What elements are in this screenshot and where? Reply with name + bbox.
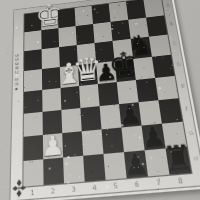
square-c4 (61, 86, 81, 110)
square-a7 (24, 30, 41, 51)
chess-board: ♚♞♝♛♟♚♟♟♟♟♜ (22, 0, 192, 188)
square-a3 (24, 112, 43, 137)
file-label-2: 2 (42, 185, 63, 196)
square-e2 (101, 128, 123, 154)
square-c7 (58, 26, 76, 47)
speckle (157, 188, 158, 189)
square-e8 (92, 4, 111, 24)
file-label-5: 5 (105, 180, 127, 191)
square-c8 (58, 8, 76, 28)
rank-label-a: A (165, 0, 172, 14)
rank-label-d: D (175, 53, 183, 75)
square-f8 (109, 2, 129, 22)
square-e7 (93, 22, 112, 43)
square-b8: ♚ (41, 10, 58, 30)
speckle (21, 53, 22, 54)
square-b2: ♟ (43, 133, 63, 159)
square-h5 (152, 55, 175, 78)
square-d2 (82, 129, 104, 155)
square-e4 (98, 82, 119, 106)
square-a1 (23, 159, 43, 186)
square-d8 (75, 6, 93, 26)
rank-label-e: E (179, 74, 187, 97)
speckle (5, 189, 6, 190)
square-a6 (24, 49, 42, 71)
black-rook: ♜ (161, 141, 196, 176)
speckle (19, 69, 20, 70)
speckle (16, 27, 18, 29)
square-h4 (155, 76, 178, 100)
square-c2 (62, 131, 83, 157)
square-h6 (149, 35, 171, 57)
speckle (13, 175, 14, 176)
file-label-3: 3 (63, 184, 84, 195)
square-a5 (24, 69, 42, 92)
speckle (194, 73, 195, 74)
board-frame: ◆ US CHESS ♚♞♝♛♟♚♟♟♟♟♜ 12345678 ABCDEFGH (9, 0, 200, 200)
file-label-1: 1 (22, 187, 43, 198)
file-label-4: 4 (84, 182, 106, 193)
square-d3 (80, 106, 101, 131)
speckle (173, 2, 174, 3)
speckle (68, 5, 69, 6)
rank-label-c: C (171, 33, 178, 54)
speckle (19, 92, 20, 93)
speckle (6, 144, 7, 145)
square-d4 (79, 84, 100, 108)
square-c1 (63, 156, 85, 184)
square-d7 (76, 24, 95, 45)
speckle (7, 53, 8, 54)
speckle (170, 38, 171, 39)
speckle (16, 162, 17, 163)
square-a4 (24, 90, 43, 114)
brand-label: US CHESS (14, 53, 20, 86)
square-c3 (61, 108, 81, 133)
square-b1 (43, 158, 64, 185)
diamond-icon: ◆ (14, 87, 19, 92)
board-perspective-wrap: ◆ US CHESS ♚♞♝♛♟♚♟♟♟♟♜ 12345678 ABCDEFGH (9, 0, 200, 200)
speckle (194, 98, 195, 99)
speckle (27, 9, 28, 10)
speckle (18, 101, 19, 102)
rank-label-f: F (183, 96, 191, 120)
brand-text: ◆ US CHESS (14, 53, 20, 93)
speckle (12, 170, 13, 171)
square-b4 (42, 88, 61, 112)
square-d1 (83, 154, 105, 182)
speckle (9, 24, 10, 25)
square-b7 (41, 28, 59, 49)
square-h1: ♜ (166, 147, 192, 175)
chessboard-photo: ◆ US CHESS ♚♞♝♛♟♚♟♟♟♟♜ 12345678 ABCDEFGH (0, 0, 200, 200)
rank-label-b: B (168, 14, 175, 34)
